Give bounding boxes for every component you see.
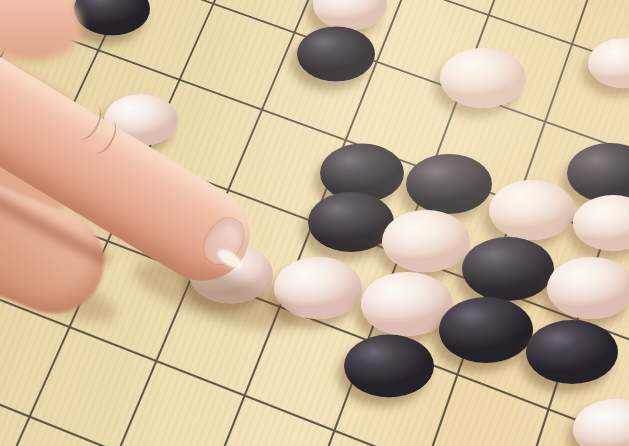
stone-glyph: ● [109, 90, 174, 143]
stone-glyph: ● [79, 0, 145, 33]
white-stone: ● [573, 399, 629, 446]
stone-glyph: ● [350, 330, 429, 395]
stone-glyph: ● [532, 315, 612, 381]
stone-glyph: ● [388, 206, 465, 269]
white-stone: ● [189, 245, 273, 304]
black-stone: ● [344, 335, 434, 398]
white-stone: ● [274, 257, 362, 319]
black-stone: ● [74, 0, 150, 36]
stone-glyph: ● [578, 191, 629, 249]
black-stone: ● [297, 27, 375, 82]
black-stone: ● [526, 320, 618, 384]
stone-glyph: ● [194, 240, 267, 300]
white-stone: ● [104, 94, 178, 146]
white-stone: ● [588, 38, 629, 88]
stone-glyph: ● [445, 44, 520, 106]
go-board-photo: ●●●●●●●●●●●●●●●●●●●●●● [0, 0, 629, 446]
stone-glyph: ● [553, 253, 629, 316]
white-stone: ● [573, 195, 629, 251]
black-stone: ● [439, 297, 533, 363]
white-stone: ● [440, 48, 526, 108]
stone-glyph: ● [593, 34, 629, 86]
stone-glyph: ● [313, 188, 388, 250]
stone-glyph: ● [302, 23, 370, 79]
stone-glyph: ● [445, 292, 527, 360]
stone-glyph: ● [578, 395, 629, 446]
stones-layer: ●●●●●●●●●●●●●●●●●●●●●● [0, 0, 629, 446]
stone-glyph: ● [280, 253, 357, 316]
stone-glyph: ● [367, 267, 447, 333]
